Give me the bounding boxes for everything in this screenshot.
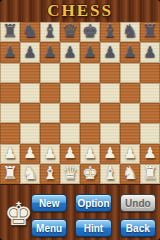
square-e8[interactable]: ♚	[80, 22, 100, 42]
black-pawn-piece[interactable]: ♟	[3, 45, 16, 60]
square-h7[interactable]: ♟	[140, 42, 160, 62]
hint-button[interactable]: Hint	[75, 219, 111, 237]
square-h5[interactable]	[140, 83, 160, 103]
square-a8[interactable]: ♜	[0, 22, 20, 42]
square-b8[interactable]: ♞	[20, 22, 40, 42]
square-a6[interactable]	[0, 63, 20, 83]
square-d6[interactable]	[60, 63, 80, 83]
square-c7[interactable]: ♟	[40, 42, 60, 62]
square-h8[interactable]: ♜	[140, 22, 160, 42]
black-pawn-piece[interactable]: ♟	[123, 45, 136, 60]
white-rook-piece[interactable]: ♜	[2, 164, 18, 182]
square-b6[interactable]	[20, 63, 40, 83]
chess-board[interactable]: ♜♞♝♛♚♝♞♜♟♟♟♟♟♟♟♟♟♟♟♟♟♟♟♟♜♞♝♛♚♝♞♜	[0, 22, 160, 185]
white-bishop-piece[interactable]: ♝	[102, 164, 118, 182]
white-pawn-piece[interactable]: ♟	[83, 146, 96, 161]
square-f3[interactable]	[100, 123, 120, 143]
white-knight-piece[interactable]: ♞	[122, 164, 138, 182]
black-rook-piece[interactable]: ♜	[2, 22, 18, 40]
square-h1[interactable]: ♜	[140, 164, 160, 184]
square-d2[interactable]: ♟	[60, 144, 80, 164]
square-e3[interactable]	[80, 123, 100, 143]
white-pawn-piece[interactable]: ♟	[143, 146, 156, 161]
square-c5[interactable]	[40, 83, 60, 103]
chess-app: CHESS ♜♞♝♛♚♝♞♜♟♟♟♟♟♟♟♟♟♟♟♟♟♟♟♟♜♞♝♛♚♝♞♜ ♚…	[0, 0, 160, 240]
square-c1[interactable]: ♝	[40, 164, 60, 184]
black-knight-piece[interactable]: ♞	[22, 22, 38, 40]
square-a7[interactable]: ♟	[0, 42, 20, 62]
square-g3[interactable]	[120, 123, 140, 143]
black-pawn-piece[interactable]: ♟	[23, 45, 36, 60]
new-button[interactable]: New	[31, 194, 67, 212]
black-pawn-piece[interactable]: ♟	[103, 45, 116, 60]
square-a4[interactable]	[0, 103, 20, 123]
undo-button[interactable]: Undo	[120, 194, 156, 212]
square-e6[interactable]	[80, 63, 100, 83]
square-g6[interactable]	[120, 63, 140, 83]
square-d5[interactable]	[60, 83, 80, 103]
square-b7[interactable]: ♟	[20, 42, 40, 62]
square-f4[interactable]	[100, 103, 120, 123]
square-h4[interactable]	[140, 103, 160, 123]
square-g1[interactable]: ♞	[120, 164, 140, 184]
black-bishop-piece[interactable]: ♝	[42, 22, 58, 40]
square-e2[interactable]: ♟	[80, 144, 100, 164]
square-f1[interactable]: ♝	[100, 164, 120, 184]
square-g5[interactable]	[120, 83, 140, 103]
black-pawn-piece[interactable]: ♟	[83, 45, 96, 60]
white-pawn-piece[interactable]: ♟	[3, 146, 16, 161]
square-c8[interactable]: ♝	[40, 22, 60, 42]
white-bishop-piece[interactable]: ♝	[42, 164, 58, 182]
square-d7[interactable]: ♟	[60, 42, 80, 62]
title-bar: CHESS	[0, 0, 160, 22]
square-g2[interactable]: ♟	[120, 144, 140, 164]
square-a5[interactable]	[0, 83, 20, 103]
square-g8[interactable]: ♞	[120, 22, 140, 42]
black-queen-piece[interactable]: ♛	[62, 22, 78, 40]
square-h2[interactable]: ♟	[140, 144, 160, 164]
square-h3[interactable]	[140, 123, 160, 143]
black-bishop-piece[interactable]: ♝	[102, 22, 118, 40]
white-pawn-piece[interactable]: ♟	[123, 146, 136, 161]
square-b3[interactable]	[20, 123, 40, 143]
black-pawn-piece[interactable]: ♟	[43, 45, 56, 60]
square-f8[interactable]: ♝	[100, 22, 120, 42]
black-pawn-piece[interactable]: ♟	[143, 45, 156, 60]
square-f2[interactable]: ♟	[100, 144, 120, 164]
black-pawn-piece[interactable]: ♟	[63, 45, 76, 60]
square-f5[interactable]	[100, 83, 120, 103]
black-knight-piece[interactable]: ♞	[122, 22, 138, 40]
square-b4[interactable]	[20, 103, 40, 123]
back-button[interactable]: Back	[120, 219, 156, 237]
square-e5[interactable]	[80, 83, 100, 103]
white-king-icon: ♚	[4, 198, 33, 230]
square-c3[interactable]	[40, 123, 60, 143]
white-king-piece[interactable]: ♚	[82, 164, 98, 182]
square-g4[interactable]	[120, 103, 140, 123]
white-queen-piece[interactable]: ♛	[62, 164, 78, 182]
square-f6[interactable]	[100, 63, 120, 83]
square-b5[interactable]	[20, 83, 40, 103]
square-h6[interactable]	[140, 63, 160, 83]
white-pawn-piece[interactable]: ♟	[23, 146, 36, 161]
square-a3[interactable]	[0, 123, 20, 143]
square-g7[interactable]: ♟	[120, 42, 140, 62]
square-c2[interactable]: ♟	[40, 144, 60, 164]
square-e1[interactable]: ♚	[80, 164, 100, 184]
white-pawn-piece[interactable]: ♟	[43, 146, 56, 161]
square-c4[interactable]	[40, 103, 60, 123]
white-rook-piece[interactable]: ♜	[142, 164, 158, 182]
menu-button[interactable]: Menu	[31, 219, 67, 237]
square-d3[interactable]	[60, 123, 80, 143]
white-knight-piece[interactable]: ♞	[22, 164, 38, 182]
black-king-piece[interactable]: ♚	[82, 22, 98, 40]
option-button[interactable]: Option	[75, 194, 111, 212]
square-a2[interactable]: ♟	[0, 144, 20, 164]
white-pawn-piece[interactable]: ♟	[103, 146, 116, 161]
square-d1[interactable]: ♛	[60, 164, 80, 184]
square-e7[interactable]: ♟	[80, 42, 100, 62]
black-rook-piece[interactable]: ♜	[142, 22, 158, 40]
app-title: CHESS	[47, 1, 113, 21]
square-b1[interactable]: ♞	[20, 164, 40, 184]
square-f7[interactable]: ♟	[100, 42, 120, 62]
square-c6[interactable]	[40, 63, 60, 83]
turn-indicator: ♚	[5, 191, 32, 237]
square-a1[interactable]: ♜	[0, 164, 20, 184]
white-pawn-piece[interactable]: ♟	[63, 146, 76, 161]
square-e4[interactable]	[80, 103, 100, 123]
square-d8[interactable]: ♛	[60, 22, 80, 42]
button-grid: New Option Undo Menu Hint Back	[31, 194, 156, 237]
square-d4[interactable]	[60, 103, 80, 123]
square-b2[interactable]: ♟	[20, 144, 40, 164]
